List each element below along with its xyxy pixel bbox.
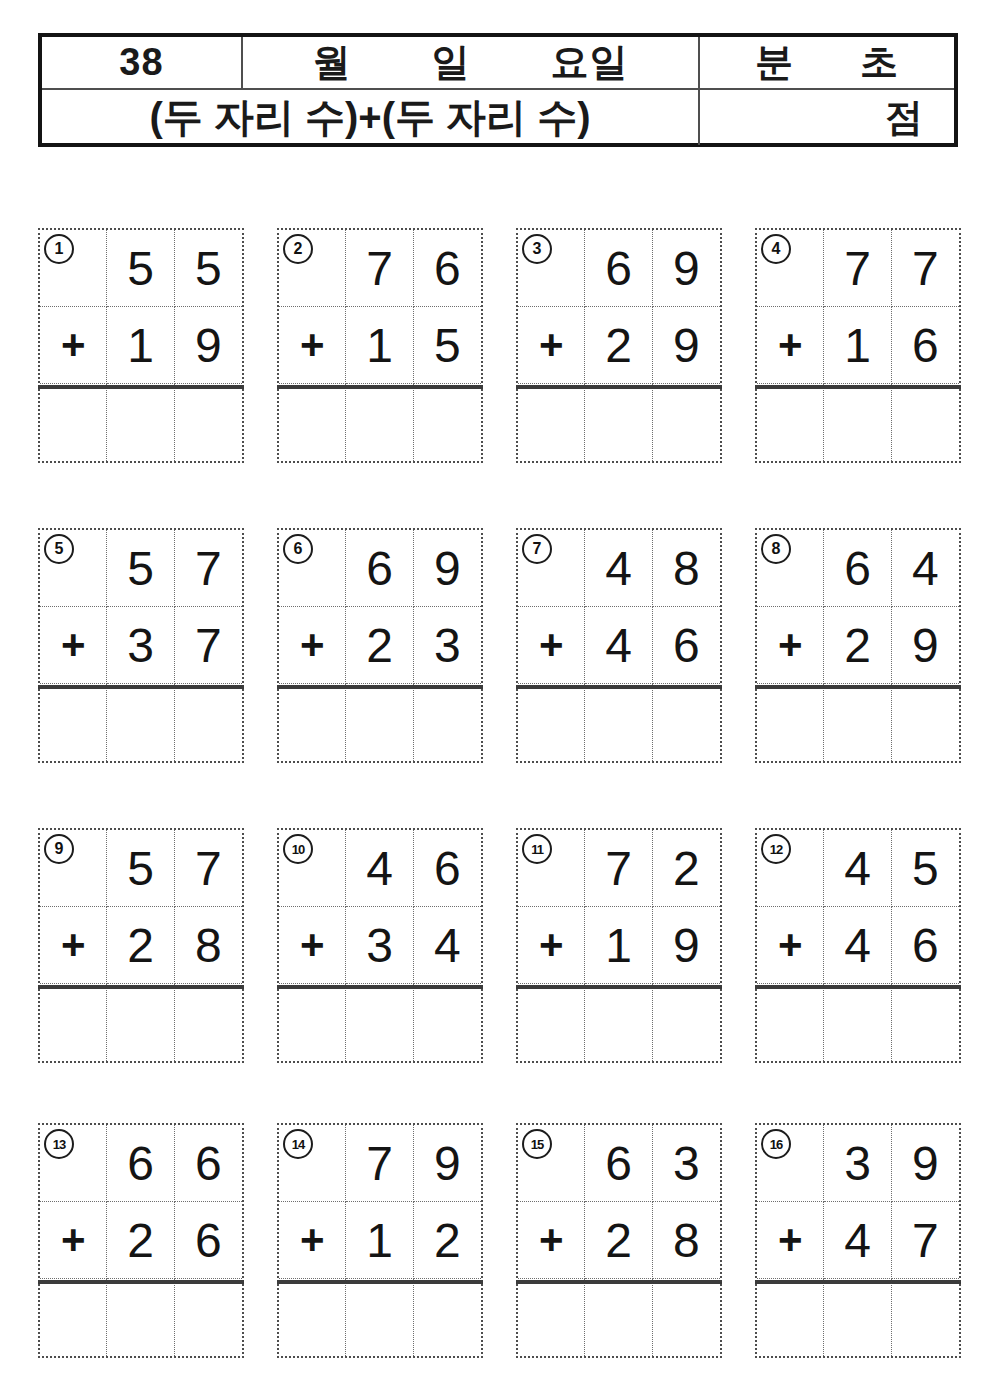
plus-operator-cell: + — [40, 1202, 107, 1279]
problem-corner-cell: 12 — [757, 830, 824, 907]
problem-card: 14 7 9 + 1 2 — [277, 1123, 483, 1358]
addend-top-ones-cell: 5 — [892, 830, 959, 907]
problem-corner-cell: 7 — [518, 530, 585, 607]
answer-tens-cell[interactable] — [107, 1279, 174, 1356]
answer-hundreds-cell[interactable] — [757, 1279, 824, 1356]
addend-top-tens-cell: 6 — [585, 230, 652, 307]
problem-corner-cell: 2 — [279, 230, 346, 307]
addend-bottom-tens-cell: 1 — [346, 1202, 413, 1279]
answer-hundreds-cell[interactable] — [518, 684, 585, 761]
addend-top-tens-cell: 5 — [107, 530, 174, 607]
problem-card: 9 5 7 + 2 8 — [38, 828, 244, 1063]
answer-ones-cell[interactable] — [414, 384, 481, 461]
problem-corner-cell: 15 — [518, 1125, 585, 1202]
plus-operator-cell: + — [279, 1202, 346, 1279]
problem-number-badge: 3 — [522, 234, 552, 264]
sum-line — [516, 685, 722, 689]
problem-number-badge: 5 — [44, 534, 74, 564]
sum-line — [277, 1280, 483, 1284]
problem-number-badge: 1 — [44, 234, 74, 264]
minute-label: 분 — [755, 37, 794, 88]
problem-number-badge: 13 — [44, 1129, 74, 1159]
addend-bottom-ones-cell: 3 — [414, 607, 481, 684]
answer-tens-cell[interactable] — [585, 984, 652, 1061]
problems-row-1: 1 5 5 + 1 9 2 7 6 + 1 5 3 6 9 + 2 9 — [38, 228, 961, 463]
addend-top-tens-cell: 6 — [107, 1125, 174, 1202]
answer-ones-cell[interactable] — [175, 684, 242, 761]
problem-card: 8 6 4 + 2 9 — [755, 528, 961, 763]
sum-line — [277, 685, 483, 689]
answer-tens-cell[interactable] — [107, 984, 174, 1061]
addend-top-ones-cell: 7 — [175, 530, 242, 607]
addend-top-tens-cell: 7 — [346, 1125, 413, 1202]
sum-line — [277, 985, 483, 989]
score-label: 점 — [885, 92, 924, 143]
answer-tens-cell[interactable] — [346, 984, 413, 1061]
addend-bottom-ones-cell: 4 — [414, 907, 481, 984]
addend-bottom-ones-cell: 8 — [175, 907, 242, 984]
addend-bottom-ones-cell: 9 — [175, 307, 242, 384]
addend-bottom-tens-cell: 3 — [346, 907, 413, 984]
addend-top-ones-cell: 9 — [414, 1125, 481, 1202]
addend-bottom-ones-cell: 9 — [653, 307, 720, 384]
answer-ones-cell[interactable] — [414, 684, 481, 761]
answer-tens-cell[interactable] — [824, 684, 891, 761]
answer-hundreds-cell[interactable] — [757, 984, 824, 1061]
answer-ones-cell[interactable] — [653, 1279, 720, 1356]
worksheet-header-table: 38 월 일 요일 분 초 (두 자리 수)+(두 자리 수) 점 — [38, 33, 958, 147]
problem-number-badge: 2 — [283, 234, 313, 264]
answer-hundreds-cell[interactable] — [40, 984, 107, 1061]
sum-line — [516, 1280, 722, 1284]
sum-line — [755, 685, 961, 689]
plus-operator-cell: + — [279, 907, 346, 984]
addend-bottom-tens-cell: 2 — [585, 307, 652, 384]
addend-bottom-tens-cell: 2 — [824, 607, 891, 684]
addend-top-ones-cell: 6 — [175, 1125, 242, 1202]
sum-line — [277, 385, 483, 389]
worksheet-title-text: (두 자리 수)+(두 자리 수) — [149, 90, 590, 145]
addend-bottom-ones-cell: 8 — [653, 1202, 720, 1279]
addend-bottom-ones-cell: 6 — [653, 607, 720, 684]
addend-top-ones-cell: 6 — [414, 830, 481, 907]
problem-corner-cell: 10 — [279, 830, 346, 907]
problem-card: 10 4 6 + 3 4 — [277, 828, 483, 1063]
addend-top-ones-cell: 7 — [175, 830, 242, 907]
answer-ones-cell[interactable] — [892, 384, 959, 461]
addend-bottom-tens-cell: 1 — [824, 307, 891, 384]
addend-bottom-ones-cell: 9 — [653, 907, 720, 984]
answer-hundreds-cell[interactable] — [279, 984, 346, 1061]
answer-hundreds-cell[interactable] — [40, 684, 107, 761]
answer-tens-cell[interactable] — [107, 684, 174, 761]
answer-tens-cell[interactable] — [107, 384, 174, 461]
addend-bottom-tens-cell: 4 — [585, 607, 652, 684]
problem-number-badge: 11 — [522, 834, 552, 864]
problem-number-badge: 10 — [283, 834, 313, 864]
plus-operator-cell: + — [757, 1202, 824, 1279]
addend-bottom-ones-cell: 6 — [892, 907, 959, 984]
problem-corner-cell: 16 — [757, 1125, 824, 1202]
answer-hundreds-cell[interactable] — [279, 1279, 346, 1356]
answer-hundreds-cell[interactable] — [279, 384, 346, 461]
problem-corner-cell: 11 — [518, 830, 585, 907]
addend-top-tens-cell: 4 — [824, 830, 891, 907]
problem-corner-cell: 5 — [40, 530, 107, 607]
problem-number-badge: 4 — [761, 234, 791, 264]
problem-corner-cell: 13 — [40, 1125, 107, 1202]
answer-tens-cell[interactable] — [346, 684, 413, 761]
problem-corner-cell: 8 — [757, 530, 824, 607]
answer-ones-cell[interactable] — [653, 984, 720, 1061]
addend-bottom-ones-cell: 7 — [892, 1202, 959, 1279]
addend-bottom-ones-cell: 2 — [414, 1202, 481, 1279]
answer-ones-cell[interactable] — [175, 984, 242, 1061]
sum-line — [38, 685, 244, 689]
second-label: 초 — [860, 37, 899, 88]
answer-hundreds-cell[interactable] — [279, 684, 346, 761]
problem-number-badge: 15 — [522, 1129, 552, 1159]
addend-bottom-ones-cell: 5 — [414, 307, 481, 384]
addend-top-tens-cell: 7 — [824, 230, 891, 307]
plus-operator-cell: + — [757, 307, 824, 384]
addend-top-ones-cell: 9 — [653, 230, 720, 307]
answer-ones-cell[interactable] — [892, 1279, 959, 1356]
problem-card: 6 6 9 + 2 3 — [277, 528, 483, 763]
addend-top-ones-cell: 3 — [653, 1125, 720, 1202]
plus-operator-cell: + — [518, 307, 585, 384]
addend-bottom-ones-cell: 6 — [175, 1202, 242, 1279]
addend-bottom-tens-cell: 4 — [824, 1202, 891, 1279]
problem-number-badge: 9 — [44, 834, 74, 864]
problem-corner-cell: 6 — [279, 530, 346, 607]
problem-card: 2 7 6 + 1 5 — [277, 228, 483, 463]
sum-line — [38, 985, 244, 989]
score-fill-in: 점 — [700, 90, 954, 145]
problem-card: 12 4 5 + 4 6 — [755, 828, 961, 1063]
problems-row-2: 5 5 7 + 3 7 6 6 9 + 2 3 7 4 8 + 4 6 — [38, 528, 961, 763]
plus-operator-cell: + — [40, 307, 107, 384]
addend-top-tens-cell: 6 — [346, 530, 413, 607]
sum-line — [38, 385, 244, 389]
problem-corner-cell: 14 — [279, 1125, 346, 1202]
problem-number-badge: 12 — [761, 834, 791, 864]
problem-corner-cell: 1 — [40, 230, 107, 307]
addend-bottom-ones-cell: 9 — [892, 607, 959, 684]
problem-number-badge: 8 — [761, 534, 791, 564]
sum-line — [38, 1280, 244, 1284]
addend-top-ones-cell: 9 — [414, 530, 481, 607]
lesson-number: 38 — [42, 37, 243, 90]
plus-operator-cell: + — [279, 607, 346, 684]
answer-ones-cell[interactable] — [653, 684, 720, 761]
sum-line — [516, 985, 722, 989]
worksheet-page: { "game": "korean-two-digit-addition-wor… — [0, 0, 1002, 1393]
answer-hundreds-cell[interactable] — [40, 1279, 107, 1356]
plus-operator-cell: + — [757, 607, 824, 684]
addend-top-tens-cell: 5 — [107, 830, 174, 907]
time-fill-in: 분 초 — [700, 37, 954, 90]
addend-bottom-tens-cell: 1 — [107, 307, 174, 384]
answer-hundreds-cell[interactable] — [40, 384, 107, 461]
problem-number-badge: 16 — [761, 1129, 791, 1159]
addend-top-tens-cell: 7 — [346, 230, 413, 307]
addend-top-ones-cell: 9 — [892, 1125, 959, 1202]
problem-corner-cell: 4 — [757, 230, 824, 307]
addend-bottom-ones-cell: 6 — [892, 307, 959, 384]
problem-card: 11 7 2 + 1 9 — [516, 828, 722, 1063]
answer-hundreds-cell[interactable] — [518, 984, 585, 1061]
answer-tens-cell[interactable] — [824, 984, 891, 1061]
problem-number-badge: 14 — [283, 1129, 313, 1159]
answer-hundreds-cell[interactable] — [757, 684, 824, 761]
problem-corner-cell: 3 — [518, 230, 585, 307]
answer-tens-cell[interactable] — [824, 1279, 891, 1356]
answer-hundreds-cell[interactable] — [518, 1279, 585, 1356]
answer-ones-cell[interactable] — [175, 384, 242, 461]
day-label: 일 — [432, 37, 471, 88]
addend-bottom-tens-cell: 3 — [107, 607, 174, 684]
answer-hundreds-cell[interactable] — [757, 384, 824, 461]
plus-operator-cell: + — [757, 907, 824, 984]
answer-tens-cell[interactable] — [346, 384, 413, 461]
addend-bottom-tens-cell: 2 — [107, 1202, 174, 1279]
problem-card: 7 4 8 + 4 6 — [516, 528, 722, 763]
addend-bottom-tens-cell: 2 — [107, 907, 174, 984]
problem-card: 5 5 7 + 3 7 — [38, 528, 244, 763]
addend-top-tens-cell: 3 — [824, 1125, 891, 1202]
addend-top-tens-cell: 6 — [585, 1125, 652, 1202]
addend-top-ones-cell: 7 — [892, 230, 959, 307]
weekday-label: 요일 — [551, 37, 629, 88]
addend-bottom-tens-cell: 2 — [585, 1202, 652, 1279]
date-fill-in: 월 일 요일 — [243, 37, 700, 90]
answer-ones-cell[interactable] — [414, 1279, 481, 1356]
plus-operator-cell: + — [279, 307, 346, 384]
lesson-number-text: 38 — [119, 41, 163, 84]
sum-line — [516, 385, 722, 389]
problem-card: 1 5 5 + 1 9 — [38, 228, 244, 463]
addend-top-tens-cell: 5 — [107, 230, 174, 307]
addend-top-ones-cell: 2 — [653, 830, 720, 907]
problem-card: 4 7 7 + 1 6 — [755, 228, 961, 463]
addend-top-tens-cell: 7 — [585, 830, 652, 907]
plus-operator-cell: + — [40, 607, 107, 684]
problem-card: 13 6 6 + 2 6 — [38, 1123, 244, 1358]
answer-hundreds-cell[interactable] — [518, 384, 585, 461]
problem-card: 16 3 9 + 4 7 — [755, 1123, 961, 1358]
addend-top-tens-cell: 4 — [585, 530, 652, 607]
plus-operator-cell: + — [518, 1202, 585, 1279]
sum-line — [755, 985, 961, 989]
addend-bottom-tens-cell: 1 — [585, 907, 652, 984]
sum-line — [755, 385, 961, 389]
problem-number-badge: 7 — [522, 534, 552, 564]
problems-row-3: 9 5 7 + 2 8 10 4 6 + 3 4 11 7 2 + 1 9 — [38, 828, 961, 1063]
answer-ones-cell[interactable] — [892, 684, 959, 761]
problems-row-4: 13 6 6 + 2 6 14 7 9 + 1 2 15 6 3 + 2 8 — [38, 1123, 961, 1358]
plus-operator-cell: + — [40, 907, 107, 984]
answer-ones-cell[interactable] — [414, 984, 481, 1061]
addend-bottom-ones-cell: 7 — [175, 607, 242, 684]
addend-bottom-tens-cell: 1 — [346, 307, 413, 384]
addend-bottom-tens-cell: 4 — [824, 907, 891, 984]
addend-top-ones-cell: 8 — [653, 530, 720, 607]
addend-top-ones-cell: 6 — [414, 230, 481, 307]
answer-ones-cell[interactable] — [892, 984, 959, 1061]
problem-card: 3 6 9 + 2 9 — [516, 228, 722, 463]
answer-tens-cell[interactable] — [346, 1279, 413, 1356]
answer-tens-cell[interactable] — [585, 684, 652, 761]
answer-ones-cell[interactable] — [653, 384, 720, 461]
sum-line — [755, 1280, 961, 1284]
plus-operator-cell: + — [518, 907, 585, 984]
problem-corner-cell: 9 — [40, 830, 107, 907]
problem-card: 15 6 3 + 2 8 — [516, 1123, 722, 1358]
answer-tens-cell[interactable] — [585, 1279, 652, 1356]
month-label: 월 — [313, 37, 352, 88]
addend-bottom-tens-cell: 2 — [346, 607, 413, 684]
addend-top-tens-cell: 6 — [824, 530, 891, 607]
addend-top-ones-cell: 5 — [175, 230, 242, 307]
plus-operator-cell: + — [518, 607, 585, 684]
addend-top-tens-cell: 4 — [346, 830, 413, 907]
addend-top-ones-cell: 4 — [892, 530, 959, 607]
worksheet-title: (두 자리 수)+(두 자리 수) — [42, 90, 700, 145]
answer-ones-cell[interactable] — [175, 1279, 242, 1356]
problem-number-badge: 6 — [283, 534, 313, 564]
answer-tens-cell[interactable] — [585, 384, 652, 461]
answer-tens-cell[interactable] — [824, 384, 891, 461]
